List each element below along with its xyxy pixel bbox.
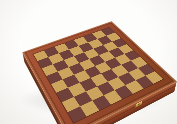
brass-clasp-icon: [135, 101, 142, 108]
perspective-wrapper: ♜♟♟♜♞♟♟♞♝♟♟♝♛♟♟♛♚♟♟♚♝♟♟♝♞♟♟♞♜♟♟♜: [0, 0, 177, 124]
box-lid: ♜♟♟♜♞♟♟♞♝♟♟♝♛♟♟♛♚♟♟♚♝♟♟♝♞♟♟♞♜♟♟♜: [22, 21, 176, 124]
product-photo-scene: ♜♟♟♜♞♟♟♞♝♟♟♝♛♟♟♛♚♟♟♚♝♟♟♝♞♟♟♞♜♟♟♜: [0, 0, 177, 124]
